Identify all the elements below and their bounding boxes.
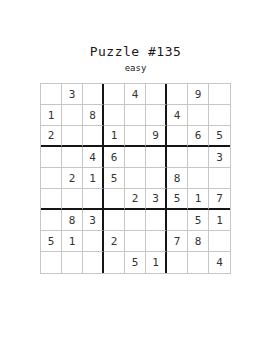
cell-r9c4: [104, 252, 125, 273]
cell-r7c5: [125, 210, 146, 231]
cell-r9c5: 5: [125, 252, 146, 273]
cell-r5c8: [188, 168, 209, 189]
puzzle-difficulty: easy: [0, 62, 271, 74]
cell-r1c6: [146, 84, 167, 105]
cell-r6c8: 1: [188, 189, 209, 210]
cell-r8c8: 8: [188, 231, 209, 252]
cell-r9c8: [188, 252, 209, 273]
cell-r1c1: [41, 84, 62, 105]
cell-r1c9: [209, 84, 230, 105]
cell-r5c3: 1: [83, 168, 104, 189]
cell-r2c8: [188, 105, 209, 126]
cell-r7c4: [104, 210, 125, 231]
cell-r8c6: [146, 231, 167, 252]
cell-r5c4: 5: [104, 168, 125, 189]
cell-r2c7: 4: [167, 105, 188, 126]
cell-r4c9: 3: [209, 147, 230, 168]
cell-r1c7: [167, 84, 188, 105]
cell-r1c4: [104, 84, 125, 105]
cell-r6c1: [41, 189, 62, 210]
cell-r8c4: 2: [104, 231, 125, 252]
cell-r2c5: [125, 105, 146, 126]
cell-r6c9: 7: [209, 189, 230, 210]
cell-r4c4: 6: [104, 147, 125, 168]
cell-r3c1: 2: [41, 126, 62, 147]
cell-r6c4: [104, 189, 125, 210]
cell-r3c6: 9: [146, 126, 167, 147]
cell-r9c7: [167, 252, 188, 273]
cell-r5c6: [146, 168, 167, 189]
cell-r7c3: 3: [83, 210, 104, 231]
cell-r5c9: [209, 168, 230, 189]
cell-r5c7: 8: [167, 168, 188, 189]
cell-r3c4: 1: [104, 126, 125, 147]
cell-r4c1: [41, 147, 62, 168]
cell-r9c9: 4: [209, 252, 230, 273]
puzzle-page: Puzzle #135 easy 34918421965463215823517…: [0, 44, 271, 350]
cell-r7c7: [167, 210, 188, 231]
cell-r3c5: [125, 126, 146, 147]
cell-r6c3: [83, 189, 104, 210]
cell-r9c2: [62, 252, 83, 273]
cell-r5c1: [41, 168, 62, 189]
cell-r7c8: 5: [188, 210, 209, 231]
cell-r3c8: 6: [188, 126, 209, 147]
cell-r4c5: [125, 147, 146, 168]
cell-r1c3: [83, 84, 104, 105]
cell-r9c3: [83, 252, 104, 273]
cell-r6c6: 3: [146, 189, 167, 210]
cell-r9c6: 1: [146, 252, 167, 273]
cell-r7c6: [146, 210, 167, 231]
cell-r2c6: [146, 105, 167, 126]
cell-r3c9: 5: [209, 126, 230, 147]
cell-r2c4: [104, 105, 125, 126]
cell-r8c5: [125, 231, 146, 252]
cell-r7c1: [41, 210, 62, 231]
cell-r3c2: [62, 126, 83, 147]
cell-r4c6: [146, 147, 167, 168]
cell-r2c2: [62, 105, 83, 126]
cell-r4c3: 4: [83, 147, 104, 168]
cell-r6c7: 5: [167, 189, 188, 210]
cell-r8c2: 1: [62, 231, 83, 252]
cell-r9c1: [41, 252, 62, 273]
cell-r8c9: [209, 231, 230, 252]
cell-r6c5: 2: [125, 189, 146, 210]
cell-r4c2: [62, 147, 83, 168]
cell-r8c1: 5: [41, 231, 62, 252]
cell-r1c5: 4: [125, 84, 146, 105]
sudoku-board: 34918421965463215823517835151278514: [40, 83, 231, 274]
cell-r1c2: 3: [62, 84, 83, 105]
cell-r6c2: [62, 189, 83, 210]
cell-r2c1: 1: [41, 105, 62, 126]
cell-r1c8: 9: [188, 84, 209, 105]
cell-r7c9: 1: [209, 210, 230, 231]
cell-r7c2: 8: [62, 210, 83, 231]
cell-r5c5: [125, 168, 146, 189]
cell-r5c2: 2: [62, 168, 83, 189]
cell-r4c7: [167, 147, 188, 168]
puzzle-title: Puzzle #135: [0, 44, 271, 60]
cell-r8c7: 7: [167, 231, 188, 252]
cell-r8c3: [83, 231, 104, 252]
cell-r4c8: [188, 147, 209, 168]
cell-r2c3: 8: [83, 105, 104, 126]
cell-r2c9: [209, 105, 230, 126]
cell-r3c3: [83, 126, 104, 147]
cell-r3c7: [167, 126, 188, 147]
